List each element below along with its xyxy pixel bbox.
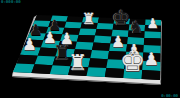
square-c7[interactable] — [64, 22, 82, 29]
square-d5[interactable] — [77, 35, 95, 43]
square-b1[interactable] — [31, 64, 52, 74]
status-readout: 0:00:00 — [161, 94, 178, 98]
piece-wP-h7[interactable]: ♟ — [147, 16, 159, 31]
square-e5[interactable] — [94, 36, 112, 44]
square-h6[interactable] — [144, 31, 161, 38]
piece-wR-d1[interactable]: ♜ — [68, 50, 87, 75]
chess-app-screen: ♜♚♟♟♞♟♟♟♟♟♟♜♟♜♚ 0:00 0:00 0:00:00 — [0, 0, 180, 98]
square-d6[interactable] — [79, 28, 97, 35]
piece-bK-f7[interactable]: ♚ — [111, 6, 130, 30]
square-a1[interactable] — [13, 63, 35, 73]
square-e1[interactable] — [87, 67, 107, 77]
piece-wP-h2[interactable]: ♟ — [143, 49, 159, 69]
piece-wK-g1[interactable]: ♚ — [120, 44, 146, 78]
square-h5[interactable] — [144, 38, 161, 46]
square-e2[interactable] — [88, 58, 107, 68]
piece-wR-d7[interactable]: ♜ — [82, 10, 96, 28]
white-clock: 0:00 — [1, 0, 11, 4]
square-e4[interactable] — [92, 43, 110, 51]
square-e3[interactable] — [90, 50, 109, 59]
black-clock: 0:00 — [11, 0, 21, 4]
piece-bN-g6[interactable]: ♞ — [129, 17, 144, 37]
piece-wP-a3[interactable]: ♟ — [22, 35, 37, 54]
square-a2[interactable] — [17, 55, 38, 65]
